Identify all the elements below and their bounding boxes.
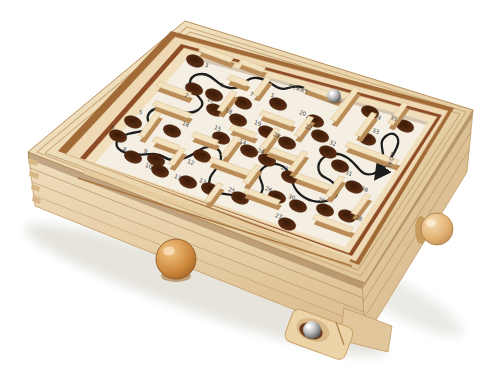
labyrinth-game-photo: 1234567891011121314151617181920212223242… xyxy=(0,0,500,383)
front-tilt-knob xyxy=(156,239,196,282)
labyrinth-board-scene: 1234567891011121314151617181920212223242… xyxy=(0,0,500,383)
right-tilt-knob xyxy=(415,213,453,245)
